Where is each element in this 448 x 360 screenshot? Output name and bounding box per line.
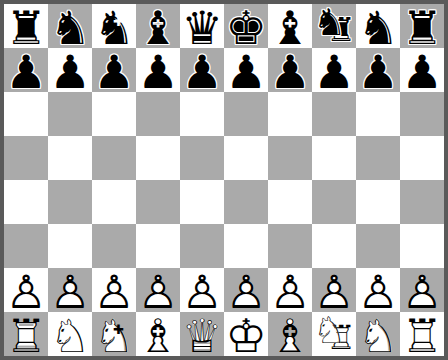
bishop-glyph-icon: ♗ (269, 313, 310, 359)
white-pawn-c2[interactable]: ♙ (92, 268, 136, 312)
black-pawn-e7[interactable]: ♟ (180, 48, 224, 92)
square-j3[interactable] (400, 224, 444, 268)
square-a3[interactable] (4, 224, 48, 268)
pawn-glyph-icon: ♟ (313, 49, 354, 95)
square-h2[interactable]: ♙ (312, 268, 356, 312)
square-e2[interactable]: ♙ (180, 268, 224, 312)
black-pawn-a7[interactable]: ♟ (4, 48, 48, 92)
square-j4[interactable] (400, 180, 444, 224)
black-rook-a8[interactable]: ♜ (4, 4, 48, 48)
black-queen-e8[interactable]: ♛ (180, 4, 224, 48)
square-f2[interactable]: ♙ (224, 268, 268, 312)
king-glyph-icon: ♔ (225, 313, 266, 359)
square-d7[interactable]: ♟ (136, 48, 180, 92)
capablanca-board: ♜♞♞✚♝♛♚♝♜♞♞♜♟♟♟♟♟♟♟♟♟♟♙♙♙♙♙♙♙♙♙♙♖♘♘✚♗♕♔♗… (4, 4, 444, 356)
square-f7[interactable]: ♟ (224, 48, 268, 92)
square-f8[interactable]: ♚ (224, 4, 268, 48)
square-f1[interactable]: ♔ (224, 312, 268, 356)
square-b5[interactable] (48, 136, 92, 180)
white-queen-e1[interactable]: ♕ (180, 312, 224, 356)
board-frame: ♜♞♞✚♝♛♚♝♜♞♞♜♟♟♟♟♟♟♟♟♟♟♙♙♙♙♙♙♙♙♙♙♖♘♘✚♗♕♔♗… (0, 0, 448, 360)
square-g2[interactable]: ♙ (268, 268, 312, 312)
square-b7[interactable]: ♟ (48, 48, 92, 92)
bishop-glyph-icon: ♗ (137, 313, 178, 359)
square-e3[interactable] (180, 224, 224, 268)
pawn-glyph-icon: ♟ (5, 49, 46, 95)
square-f5[interactable] (224, 136, 268, 180)
square-g5[interactable] (268, 136, 312, 180)
white-pawn-i2[interactable]: ♙ (356, 268, 400, 312)
white-pawn-f2[interactable]: ♙ (224, 268, 268, 312)
square-c1[interactable]: ♘✚ (92, 312, 136, 356)
square-a4[interactable] (4, 180, 48, 224)
black-pawn-d7[interactable]: ♟ (136, 48, 180, 92)
cross-icon: ✚ (113, 323, 124, 336)
square-f4[interactable] (224, 180, 268, 224)
black-pawn-c7[interactable]: ♟ (92, 48, 136, 92)
square-g1[interactable]: ♗ (268, 312, 312, 356)
pawn-glyph-icon: ♟ (225, 49, 266, 95)
square-j7[interactable]: ♟ (400, 48, 444, 92)
white-pawn-g2[interactable]: ♙ (268, 268, 312, 312)
square-i8[interactable]: ♞ (356, 4, 400, 48)
black-pawn-f7[interactable]: ♟ (224, 48, 268, 92)
black-knight-i8[interactable]: ♞ (356, 4, 400, 48)
white-pawn-a2[interactable]: ♙ (4, 268, 48, 312)
white-pawn-b2[interactable]: ♙ (48, 268, 92, 312)
square-d1[interactable]: ♗ (136, 312, 180, 356)
pawn-glyph-icon: ♟ (49, 49, 90, 95)
pawn-glyph-icon: ♟ (357, 49, 398, 95)
square-g4[interactable] (268, 180, 312, 224)
white-archbishop-c1[interactable]: ♘✚ (92, 312, 136, 356)
square-h4[interactable] (312, 180, 356, 224)
square-b8[interactable]: ♞ (48, 4, 92, 48)
square-c8[interactable]: ♞✚ (92, 4, 136, 48)
square-g7[interactable]: ♟ (268, 48, 312, 92)
knight-glyph-icon: ♞ (313, 4, 346, 41)
square-h7[interactable]: ♟ (312, 48, 356, 92)
square-i1[interactable]: ♘ (356, 312, 400, 356)
square-e8[interactable]: ♛ (180, 4, 224, 48)
cross-icon: ✚ (113, 15, 124, 28)
white-knight-i1[interactable]: ♘ (356, 312, 400, 356)
square-j2[interactable]: ♙ (400, 268, 444, 312)
square-a8[interactable]: ♜ (4, 4, 48, 48)
square-d5[interactable] (136, 136, 180, 180)
square-i7[interactable]: ♟ (356, 48, 400, 92)
square-d3[interactable] (136, 224, 180, 268)
queen-glyph-icon: ♕ (181, 313, 222, 359)
square-e5[interactable] (180, 136, 224, 180)
white-pawn-j2[interactable]: ♙ (400, 268, 444, 312)
black-pawn-b7[interactable]: ♟ (48, 48, 92, 92)
square-a5[interactable] (4, 136, 48, 180)
square-h5[interactable] (312, 136, 356, 180)
square-c4[interactable] (92, 180, 136, 224)
rook-glyph-icon: ♖ (5, 313, 46, 359)
square-c5[interactable] (92, 136, 136, 180)
square-a2[interactable]: ♙ (4, 268, 48, 312)
square-e4[interactable] (180, 180, 224, 224)
square-i2[interactable]: ♙ (356, 268, 400, 312)
black-bishop-g8[interactable]: ♝ (268, 4, 312, 48)
square-i5[interactable] (356, 136, 400, 180)
white-pawn-d2[interactable]: ♙ (136, 268, 180, 312)
black-king-f8[interactable]: ♚ (224, 4, 268, 48)
white-bishop-g1[interactable]: ♗ (268, 312, 312, 356)
knight-glyph-icon: ♘ (313, 312, 346, 349)
pawn-glyph-icon: ♟ (269, 49, 310, 95)
black-rook-j8[interactable]: ♜ (400, 4, 444, 48)
square-j8[interactable]: ♜ (400, 4, 444, 48)
pawn-glyph-icon: ♟ (93, 49, 134, 95)
white-king-f1[interactable]: ♔ (224, 312, 268, 356)
black-archbishop-c8[interactable]: ♞✚ (92, 4, 136, 48)
white-rook-a1[interactable]: ♖ (4, 312, 48, 356)
white-pawn-h2[interactable]: ♙ (312, 268, 356, 312)
black-bishop-d8[interactable]: ♝ (136, 4, 180, 48)
square-e7[interactable]: ♟ (180, 48, 224, 92)
square-e1[interactable]: ♕ (180, 312, 224, 356)
square-d8[interactable]: ♝ (136, 4, 180, 48)
black-chancellor-h8[interactable]: ♜♞ (312, 4, 356, 48)
square-c2[interactable]: ♙ (92, 268, 136, 312)
square-b3[interactable] (48, 224, 92, 268)
pawn-glyph-icon: ♟ (137, 49, 178, 95)
square-f3[interactable] (224, 224, 268, 268)
knight-glyph-icon: ♘ (357, 313, 398, 359)
white-rook-j1[interactable]: ♖ (400, 312, 444, 356)
white-bishop-d1[interactable]: ♗ (136, 312, 180, 356)
black-pawn-g7[interactable]: ♟ (268, 48, 312, 92)
square-j5[interactable] (400, 136, 444, 180)
black-pawn-i7[interactable]: ♟ (356, 48, 400, 92)
black-pawn-h7[interactable]: ♟ (312, 48, 356, 92)
square-g3[interactable] (268, 224, 312, 268)
square-g8[interactable]: ♝ (268, 4, 312, 48)
square-h3[interactable] (312, 224, 356, 268)
square-h1[interactable]: ♖♘ (312, 312, 356, 356)
pawn-glyph-icon: ♟ (181, 49, 222, 95)
pawn-glyph-icon: ♟ (401, 49, 442, 95)
square-a7[interactable]: ♟ (4, 48, 48, 92)
square-b1[interactable]: ♘ (48, 312, 92, 356)
square-b2[interactable]: ♙ (48, 268, 92, 312)
rook-glyph-icon: ♖ (401, 313, 442, 359)
square-c7[interactable]: ♟ (92, 48, 136, 92)
square-i4[interactable] (356, 180, 400, 224)
square-h8[interactable]: ♜♞ (312, 4, 356, 48)
square-d2[interactable]: ♙ (136, 268, 180, 312)
white-pawn-e2[interactable]: ♙ (180, 268, 224, 312)
square-i3[interactable] (356, 224, 400, 268)
square-d4[interactable] (136, 180, 180, 224)
white-knight-b1[interactable]: ♘ (48, 312, 92, 356)
square-c3[interactable] (92, 224, 136, 268)
square-j1[interactable]: ♖ (400, 312, 444, 356)
black-knight-b8[interactable]: ♞ (48, 4, 92, 48)
square-a1[interactable]: ♖ (4, 312, 48, 356)
black-pawn-j7[interactable]: ♟ (400, 48, 444, 92)
knight-glyph-icon: ♘ (49, 313, 90, 359)
white-chancellor-h1[interactable]: ♖♘ (312, 312, 356, 356)
square-b4[interactable] (48, 180, 92, 224)
